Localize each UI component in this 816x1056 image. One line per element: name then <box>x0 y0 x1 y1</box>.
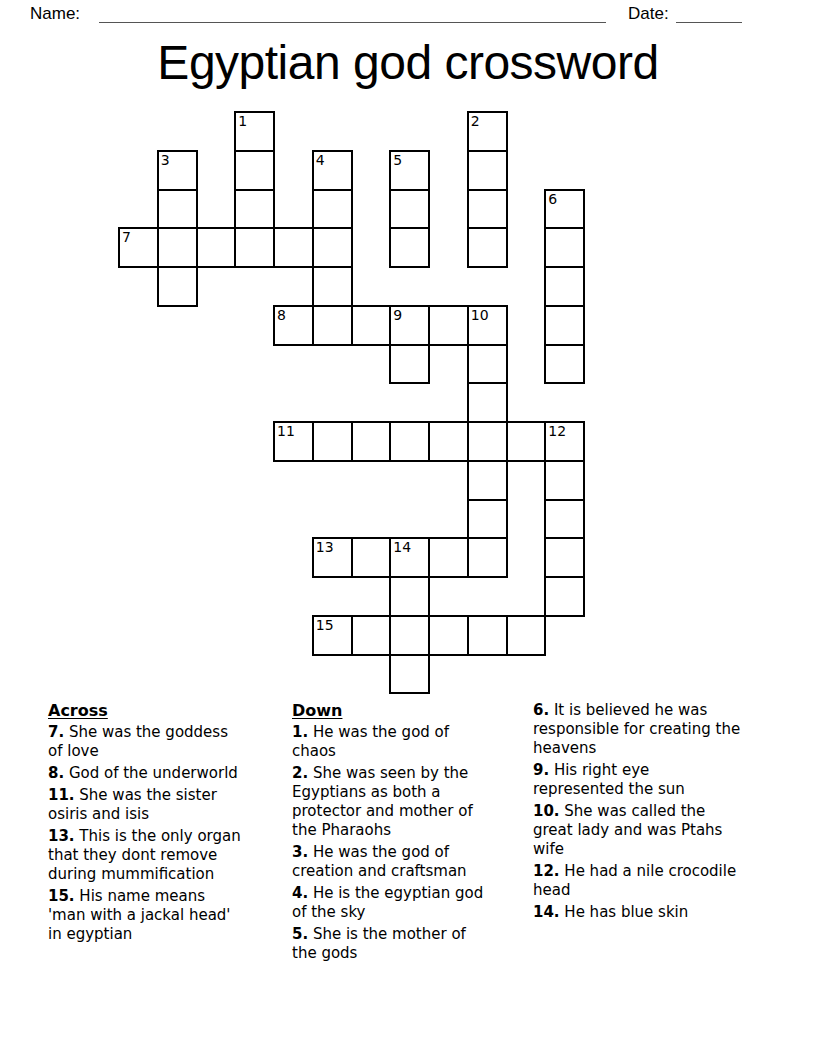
grid-cell[interactable] <box>389 344 430 385</box>
date-input-line[interactable] <box>676 0 742 23</box>
clue-number: 13. <box>48 827 75 845</box>
cell-number: 11 <box>277 423 295 439</box>
clue: 9. His right eye represented the sun <box>533 761 742 799</box>
clue-text: This is the only organ that they dont re… <box>48 827 241 883</box>
clue-number: 12. <box>533 862 560 880</box>
name-input-line[interactable] <box>99 0 606 23</box>
grid-cell[interactable] <box>312 266 353 307</box>
cell-number: 8 <box>277 307 286 323</box>
puzzle-title: Egyptian god crossword <box>0 34 816 92</box>
clue-text: God of the underworld <box>64 764 238 782</box>
clue: 3. He was the god of creation and crafts… <box>292 843 490 881</box>
grid-cell[interactable]: 5 <box>389 150 430 191</box>
cell-number: 7 <box>122 229 131 245</box>
grid-cell[interactable] <box>544 499 585 540</box>
grid-cell[interactable]: 11 <box>273 421 314 462</box>
grid-cell[interactable] <box>467 189 508 230</box>
cell-number: 1 <box>238 113 247 129</box>
down-header: Down <box>292 701 490 720</box>
grid-cell[interactable] <box>544 537 585 578</box>
cell-number: 9 <box>393 307 402 323</box>
crossword-grid: 123456789101112131415 <box>118 111 586 695</box>
grid-cell[interactable] <box>467 150 508 191</box>
grid-cell[interactable] <box>428 615 469 656</box>
clue-text: He had a nile crocodile head <box>533 862 736 899</box>
grid-cell[interactable] <box>157 227 198 268</box>
clue-number: 2. <box>292 764 308 782</box>
grid-cell[interactable] <box>428 421 469 462</box>
grid-cell[interactable] <box>389 189 430 230</box>
grid-cell[interactable]: 8 <box>273 305 314 346</box>
grid-cell[interactable] <box>544 460 585 501</box>
clue: 10. She was called the great lady and wa… <box>533 802 742 859</box>
across-clues-column: Across 7. She was the goddess of love8. … <box>48 701 246 947</box>
clue-number: 9. <box>533 761 549 779</box>
grid-cell[interactable]: 1 <box>234 111 275 152</box>
grid-cell[interactable]: 7 <box>118 227 159 268</box>
clue: 2. She was seen by the Egyptians as both… <box>292 764 490 840</box>
cell-number: 6 <box>548 191 557 207</box>
grid-cell[interactable] <box>467 227 508 268</box>
clue-number: 8. <box>48 764 64 782</box>
cell-number: 2 <box>471 113 480 129</box>
clue-number: 1. <box>292 723 308 741</box>
down-clues-continued-column: 6. It is believed he was responsible for… <box>533 701 742 925</box>
cell-number: 15 <box>316 617 334 633</box>
cell-number: 14 <box>393 539 411 555</box>
clue: 15. His name means 'man with a jackal he… <box>48 887 246 944</box>
grid-cell[interactable] <box>544 227 585 268</box>
clue: 13. This is the only organ that they don… <box>48 827 246 884</box>
clue-number: 15. <box>48 887 75 905</box>
grid-cell[interactable] <box>389 615 430 656</box>
name-label: Name: <box>30 4 80 24</box>
grid-cell[interactable] <box>467 460 508 501</box>
clue: 11. She was the sister osiris and isis <box>48 786 246 824</box>
grid-cell[interactable] <box>234 150 275 191</box>
clue-text: He was the god of creation and craftsman <box>292 843 467 880</box>
clue-number: 10. <box>533 802 560 820</box>
clue-text: It is believed he was responsible for cr… <box>533 701 740 757</box>
grid-cell[interactable]: 13 <box>312 537 353 578</box>
grid-cell[interactable] <box>389 576 430 617</box>
across-clue-list: 7. She was the goddess of love8. God of … <box>48 723 246 944</box>
grid-cell[interactable] <box>351 421 392 462</box>
grid-cell[interactable] <box>428 537 469 578</box>
grid-cell[interactable] <box>312 227 353 268</box>
grid-cell[interactable]: 12 <box>544 421 585 462</box>
grid-cell[interactable]: 9 <box>389 305 430 346</box>
grid-cell[interactable] <box>312 421 353 462</box>
cell-number: 5 <box>393 152 402 168</box>
clue-number: 7. <box>48 723 64 741</box>
grid-cell[interactable]: 6 <box>544 189 585 230</box>
grid-cell[interactable] <box>234 227 275 268</box>
grid-cell[interactable]: 14 <box>389 537 430 578</box>
clue: 12. He had a nile crocodile head <box>533 862 742 900</box>
cell-number: 10 <box>471 307 489 323</box>
across-header: Across <box>48 701 246 720</box>
grid-cell[interactable] <box>544 305 585 346</box>
grid-cell[interactable]: 15 <box>312 615 353 656</box>
clue-number: 4. <box>292 884 308 902</box>
clue: 4. He is the egyptian god of the sky <box>292 884 490 922</box>
grid-cell[interactable] <box>157 189 198 230</box>
grid-cell[interactable] <box>196 227 237 268</box>
date-label: Date: <box>628 4 669 24</box>
grid-cell[interactable] <box>544 266 585 307</box>
grid-cell[interactable] <box>506 615 547 656</box>
cell-number: 4 <box>316 152 325 168</box>
grid-cell[interactable] <box>428 305 469 346</box>
clue-text: She is the mother of the gods <box>292 925 466 962</box>
clue: 8. God of the underworld <box>48 764 246 783</box>
grid-cell[interactable] <box>544 344 585 385</box>
grid-cell[interactable] <box>389 654 430 695</box>
down-continued-clue-list: 6. It is believed he was responsible for… <box>533 701 742 922</box>
clue-text: He has blue skin <box>560 903 689 921</box>
grid-cell[interactable] <box>506 421 547 462</box>
clue-text: She was seen by the Egyptians as both a … <box>292 764 473 839</box>
clue: 6. It is believed he was responsible for… <box>533 701 742 758</box>
grid-cell[interactable]: 10 <box>467 305 508 346</box>
cell-number: 3 <box>161 152 170 168</box>
grid-cell[interactable] <box>157 266 198 307</box>
clue-text: His right eye represented the sun <box>533 761 685 798</box>
grid-cell[interactable]: 2 <box>467 111 508 152</box>
grid-cell[interactable] <box>273 227 314 268</box>
grid-cell[interactable] <box>544 576 585 617</box>
clue-number: 6. <box>533 701 549 719</box>
cell-number: 12 <box>548 423 566 439</box>
clue: 5. She is the mother of the gods <box>292 925 490 963</box>
cell-number: 13 <box>316 539 334 555</box>
down-clues-column: Down 1. He was the god of chaos2. She wa… <box>292 701 490 966</box>
clue-text: She was called the great lady and was Pt… <box>533 802 722 858</box>
grid-cell[interactable] <box>467 382 508 423</box>
clue: 14. He has blue skin <box>533 903 742 922</box>
clue: 1. He was the god of chaos <box>292 723 490 761</box>
grid-cell[interactable] <box>389 421 430 462</box>
grid-cell[interactable] <box>467 344 508 385</box>
clue-number: 14. <box>533 903 560 921</box>
grid-cell[interactable] <box>351 615 392 656</box>
clue-number: 5. <box>292 925 308 943</box>
clue: 7. She was the goddess of love <box>48 723 246 761</box>
grid-cell[interactable] <box>467 615 508 656</box>
grid-cell[interactable]: 3 <box>157 150 198 191</box>
down-clue-list: 1. He was the god of chaos2. She was see… <box>292 723 490 963</box>
grid-cell[interactable] <box>351 305 392 346</box>
clue-number: 3. <box>292 843 308 861</box>
clue-text: He was the god of chaos <box>292 723 449 760</box>
grid-cell[interactable] <box>389 227 430 268</box>
grid-cell[interactable] <box>467 499 508 540</box>
grid-cell[interactable] <box>312 305 353 346</box>
grid-cell[interactable] <box>351 537 392 578</box>
clue-number: 11. <box>48 786 75 804</box>
grid-cell[interactable] <box>467 421 508 462</box>
clue-text: She was the goddess of love <box>48 723 228 760</box>
grid-cell[interactable] <box>234 189 275 230</box>
grid-cell[interactable]: 4 <box>312 150 353 191</box>
grid-cell[interactable] <box>467 537 508 578</box>
grid-cell[interactable] <box>312 189 353 230</box>
clue-text: His name means 'man with a jackal head' … <box>48 887 230 943</box>
clue-text: He is the egyptian god of the sky <box>292 884 483 921</box>
